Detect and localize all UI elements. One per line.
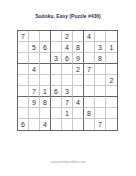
cell-r3c9 bbox=[106, 53, 117, 64]
cell-r7c9 bbox=[106, 97, 117, 108]
cell-r3c6: 9 bbox=[73, 53, 84, 64]
cell-r8c5: 1 bbox=[62, 108, 73, 119]
cell-r4c4 bbox=[51, 64, 62, 75]
cell-r1c8 bbox=[95, 31, 106, 42]
cell-r6c4: 6 bbox=[51, 86, 62, 97]
cell-r9c6 bbox=[73, 119, 84, 130]
cell-r3c5: 6 bbox=[62, 53, 73, 64]
cell-r2c1 bbox=[18, 42, 29, 53]
cell-r2c5: 4 bbox=[62, 42, 73, 53]
cell-r9c8: 7 bbox=[95, 119, 106, 130]
cell-r2c3: 6 bbox=[40, 42, 51, 53]
cell-r1c2 bbox=[29, 31, 40, 42]
cell-r8c9 bbox=[106, 108, 117, 119]
cell-r1c5: 2 bbox=[62, 31, 73, 42]
cell-r6c6 bbox=[73, 86, 84, 97]
cell-r7c2: 9 bbox=[29, 97, 40, 108]
cell-r1c7: 4 bbox=[84, 31, 95, 42]
cell-r4c5 bbox=[62, 64, 73, 75]
cell-r8c2 bbox=[29, 108, 40, 119]
page-title: Sudoku, Easy (Puzzle #436) bbox=[0, 13, 136, 20]
sudoku-board: 724564831369842727163987418647 bbox=[17, 30, 118, 131]
cell-r4c6: 2 bbox=[73, 64, 84, 75]
cell-r9c9 bbox=[106, 119, 117, 130]
cell-r6c7 bbox=[84, 86, 95, 97]
cell-r6c5: 3 bbox=[62, 86, 73, 97]
cell-r2c8: 3 bbox=[95, 42, 106, 53]
cell-r8c6 bbox=[73, 108, 84, 119]
cell-r5c5 bbox=[62, 75, 73, 86]
cell-r7c7 bbox=[84, 97, 95, 108]
cell-r5c9: 2 bbox=[106, 75, 117, 86]
cell-r9c3: 4 bbox=[40, 119, 51, 130]
cell-r7c8 bbox=[95, 97, 106, 108]
cell-r4c2: 4 bbox=[29, 64, 40, 75]
cell-r9c4 bbox=[51, 119, 62, 130]
cell-r5c1 bbox=[18, 75, 29, 86]
cell-r8c4 bbox=[51, 108, 62, 119]
cell-r9c7 bbox=[84, 119, 95, 130]
cell-r7c6: 4 bbox=[73, 97, 84, 108]
cell-r5c8 bbox=[95, 75, 106, 86]
cell-r7c3: 8 bbox=[40, 97, 51, 108]
cell-r3c7 bbox=[84, 53, 95, 64]
cell-r2c7 bbox=[84, 42, 95, 53]
cell-r5c2 bbox=[29, 75, 40, 86]
cell-r3c1 bbox=[18, 53, 29, 64]
cell-r8c1 bbox=[18, 108, 29, 119]
cell-r1c9 bbox=[106, 31, 117, 42]
cell-r9c2 bbox=[29, 119, 40, 130]
watermark-url: www.printmysudoku.com bbox=[15, 160, 121, 164]
cell-r4c7: 7 bbox=[84, 64, 95, 75]
cell-r3c8: 8 bbox=[95, 53, 106, 64]
cell-r6c9 bbox=[106, 86, 117, 97]
cell-r8c3 bbox=[40, 108, 51, 119]
cell-r6c1 bbox=[18, 86, 29, 97]
cell-r4c3 bbox=[40, 64, 51, 75]
cell-r7c1 bbox=[18, 97, 29, 108]
cell-r6c3: 1 bbox=[40, 86, 51, 97]
cell-r4c8 bbox=[95, 64, 106, 75]
cell-r5c6 bbox=[73, 75, 84, 86]
cell-r3c4: 3 bbox=[51, 53, 62, 64]
cell-r6c8 bbox=[95, 86, 106, 97]
cell-r5c3 bbox=[40, 75, 51, 86]
cell-r1c3 bbox=[40, 31, 51, 42]
cell-r4c9 bbox=[106, 64, 117, 75]
cell-r1c1: 7 bbox=[18, 31, 29, 42]
cell-r9c1: 6 bbox=[18, 119, 29, 130]
cell-r4c1 bbox=[18, 64, 29, 75]
cell-r2c9: 1 bbox=[106, 42, 117, 53]
cell-r9c5 bbox=[62, 119, 73, 130]
cell-r3c2 bbox=[29, 53, 40, 64]
cell-r8c7: 8 bbox=[84, 108, 95, 119]
cell-r3c3 bbox=[40, 53, 51, 64]
cell-r5c7 bbox=[84, 75, 95, 86]
sudoku-page: Sudoku, Easy (Puzzle #436) 7245648313698… bbox=[0, 0, 136, 176]
cell-r1c6 bbox=[73, 31, 84, 42]
cell-r7c5: 7 bbox=[62, 97, 73, 108]
cell-r2c6: 8 bbox=[73, 42, 84, 53]
cell-r1c4 bbox=[51, 31, 62, 42]
cell-r2c2: 5 bbox=[29, 42, 40, 53]
cell-r5c4 bbox=[51, 75, 62, 86]
cell-r7c4 bbox=[51, 97, 62, 108]
cell-r2c4 bbox=[51, 42, 62, 53]
cell-r8c8 bbox=[95, 108, 106, 119]
cell-r6c2: 7 bbox=[29, 86, 40, 97]
